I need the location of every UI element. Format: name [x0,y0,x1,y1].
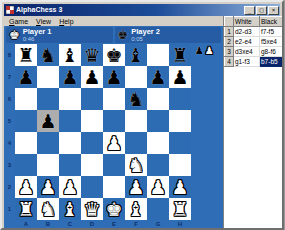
rank-label-8: 8 [4,44,15,66]
square-f2[interactable]: ♟ [125,176,147,198]
square-b8[interactable]: ♞ [37,44,59,66]
move-list-table: White Black 1d2-d3f7-f52e2-e4f5xe43d3xe4… [224,16,284,67]
square-f5[interactable] [125,110,147,132]
square-h1[interactable]: ♜ [169,198,191,220]
square-c7[interactable]: ♟ [59,66,81,88]
move-2-black[interactable]: f5xe4 [260,37,285,47]
piece-white-pawn[interactable]: ♟ [39,176,56,198]
file-label-c: C [59,220,81,229]
piece-black-pawn[interactable]: ♟ [149,66,166,88]
file-label-f: F [125,220,147,229]
square-c6[interactable] [59,88,81,110]
move-3-white[interactable]: d3xe4 [234,47,260,57]
move-header-black: Black [260,17,285,27]
square-f3[interactable]: ♞ [125,154,147,176]
square-b1[interactable]: ♞ [37,198,59,220]
captured-pieces-tray: ♟♟ [195,45,214,57]
captured-white-pawn: ♟ [205,45,214,57]
square-f1[interactable]: ♝ [125,198,147,220]
square-g3[interactable] [147,154,169,176]
square-f4[interactable] [125,132,147,154]
file-label-b: B [37,220,59,229]
piece-white-pawn[interactable]: ♟ [105,132,122,154]
square-h2[interactable]: ♟ [169,176,191,198]
square-g7[interactable]: ♟ [147,66,169,88]
square-f7[interactable] [125,66,147,88]
square-d4[interactable] [81,132,103,154]
player-bar: ♚ Player 1 0:46 ♚ Player 2 0:05 [4,26,223,43]
square-g8[interactable] [147,44,169,66]
player-2-clock: 0:05 [131,36,160,42]
move-list-body: 1d2-d3f7-f52e2-e4f5xe43d3xe4g8-f64g1-f3b… [225,27,285,67]
piece-white-pawn[interactable]: ♟ [17,176,34,198]
move-list-panel: White Black 1d2-d3f7-f52e2-e4f5xe43d3xe4… [223,16,284,230]
black-king-icon: ♚ [118,28,129,42]
square-e6[interactable] [103,88,125,110]
chess-board: ♜♞♝♛♚♝♜♟♟♟♟♟♟♞♟♟♞♟♟♟♟♟♟♜♞♝♛♚♝♜ [15,44,191,220]
square-e4[interactable]: ♟ [103,132,125,154]
piece-black-pawn[interactable]: ♟ [171,66,188,88]
title-bar[interactable]: AlphaChess 3 _ □ × [4,4,280,16]
piece-white-rook[interactable]: ♜ [171,198,188,220]
square-e8[interactable]: ♚ [103,44,125,66]
square-a4[interactable] [15,132,37,154]
file-label-g: G [147,220,169,229]
move-1-white[interactable]: d2-d3 [234,27,260,37]
rank-label-7: 7 [4,66,15,88]
piece-black-bishop[interactable]: ♝ [61,44,78,66]
piece-white-rook[interactable]: ♜ [17,198,34,220]
menu-item-help[interactable]: Help [59,18,73,25]
square-e7[interactable]: ♟ [103,66,125,88]
app-icon[interactable] [6,6,14,14]
square-b7[interactable] [37,66,59,88]
square-f6[interactable]: ♞ [125,88,147,110]
square-f8[interactable]: ♝ [125,44,147,66]
square-d2[interactable] [81,176,103,198]
piece-black-pawn[interactable]: ♟ [39,110,56,132]
square-a7[interactable]: ♟ [15,66,37,88]
rank-label-4: 4 [4,132,15,154]
square-h4[interactable] [169,132,191,154]
rank-label-3: 3 [4,154,15,176]
piece-black-queen[interactable]: ♛ [83,44,100,66]
square-a1[interactable]: ♜ [15,198,37,220]
file-labels: ABCDEFGH [15,220,191,229]
piece-white-knight[interactable]: ♞ [127,154,144,176]
player-1-name: Player 1 [23,28,52,36]
square-h6[interactable] [169,88,191,110]
rank-label-1: 1 [4,198,15,220]
square-d1[interactable]: ♛ [81,198,103,220]
square-a6[interactable] [15,88,37,110]
menu-item-view[interactable]: View [36,18,51,25]
piece-black-pawn[interactable]: ♟ [83,66,100,88]
square-c5[interactable] [59,110,81,132]
square-d3[interactable] [81,154,103,176]
move-2-white[interactable]: e2-e4 [234,37,260,47]
file-label-h: H [169,220,191,229]
move-num-2: 2 [225,37,234,47]
board-wrap: 87654321 ♜♞♝♛♚♝♜♟♟♟♟♟♟♞♟♟♞♟♟♟♟♟♟♜♞♝♛♚♝♜ … [4,44,223,220]
square-a2[interactable]: ♟ [15,176,37,198]
square-h3[interactable] [169,154,191,176]
square-h7[interactable]: ♟ [169,66,191,88]
rank-label-5: 5 [4,110,15,132]
square-g5[interactable] [147,110,169,132]
maximize-button[interactable]: □ [256,6,267,15]
square-c1[interactable]: ♝ [59,198,81,220]
square-g6[interactable] [147,88,169,110]
move-num-1: 1 [225,27,234,37]
square-a3[interactable] [15,154,37,176]
player-2-name: Player 2 [131,28,160,36]
square-d5[interactable] [81,110,103,132]
piece-white-pawn[interactable]: ♟ [127,176,144,198]
square-e1[interactable]: ♚ [103,198,125,220]
square-g2[interactable]: ♟ [147,176,169,198]
move-row-2: 2e2-e4f5xe4 [225,37,285,47]
player-1-panel: ♚ Player 1 0:46 [6,27,113,43]
rank-label-6: 6 [4,88,15,110]
square-h8[interactable]: ♜ [169,44,191,66]
file-label-e: E [103,220,125,229]
square-b2[interactable]: ♟ [37,176,59,198]
square-a8[interactable]: ♜ [15,44,37,66]
square-b4[interactable] [37,132,59,154]
square-e5[interactable] [103,110,125,132]
piece-white-bishop[interactable]: ♝ [61,198,78,220]
square-e2[interactable] [103,176,125,198]
move-row-3: 3d3xe4g8-f6 [225,47,285,57]
piece-black-pawn[interactable]: ♟ [17,66,34,88]
piece-black-bishop[interactable]: ♝ [127,44,144,66]
piece-white-pawn[interactable]: ♟ [149,176,166,198]
square-b6[interactable] [37,88,59,110]
piece-white-knight[interactable]: ♞ [39,198,56,220]
piece-black-pawn[interactable]: ♟ [105,66,122,88]
game-area: ♚ Player 1 0:46 ♚ Player 2 0:05 87654321… [4,26,223,230]
move-3-black[interactable]: g8-f6 [260,47,285,57]
window-title: AlphaChess 3 [16,4,243,16]
player-1-clock: 0:46 [23,36,52,42]
square-c4[interactable] [59,132,81,154]
move-num-4: 4 [225,57,234,67]
square-c3[interactable] [59,154,81,176]
app-window: AlphaChess 3 _ □ × GameViewHelp ♚ Player… [0,0,284,230]
piece-black-knight[interactable]: ♞ [127,88,144,110]
square-g4[interactable] [147,132,169,154]
square-d8[interactable]: ♛ [81,44,103,66]
piece-black-pawn[interactable]: ♟ [61,66,78,88]
piece-black-rook[interactable]: ♜ [171,44,188,66]
rank-label-2: 2 [4,176,15,198]
piece-black-king[interactable]: ♚ [105,44,122,66]
square-h5[interactable] [169,110,191,132]
move-row-1: 1d2-d3f7-f5 [225,27,285,37]
file-label-d: D [81,220,103,229]
square-b3[interactable] [37,154,59,176]
move-header-num [225,17,234,27]
file-label-a: A [15,220,37,229]
square-g1[interactable] [147,198,169,220]
move-row-4: 4g1-f3b7-b5 [225,57,285,67]
square-a5[interactable] [15,110,37,132]
white-king-icon: ♚ [9,28,20,42]
square-d7[interactable]: ♟ [81,66,103,88]
square-b5[interactable]: ♟ [37,110,59,132]
menubar: GameViewHelp [4,16,223,26]
piece-black-knight[interactable]: ♞ [39,44,56,66]
rank-labels: 87654321 [4,44,15,220]
piece-white-bishop[interactable]: ♝ [127,198,144,220]
close-button[interactable]: × [268,6,279,15]
piece-white-king[interactable]: ♚ [105,198,122,220]
piece-white-queen[interactable]: ♛ [83,198,100,220]
minimize-button[interactable]: _ [244,6,255,15]
square-c8[interactable]: ♝ [59,44,81,66]
move-4-white[interactable]: g1-f3 [234,57,260,67]
move-num-3: 3 [225,47,234,57]
move-header-white: White [234,17,260,27]
menu-item-game[interactable]: Game [9,18,28,25]
piece-white-pawn[interactable]: ♟ [171,176,188,198]
captured-black-pawn: ♟ [195,45,204,57]
square-c2[interactable]: ♟ [59,176,81,198]
move-1-black[interactable]: f7-f5 [260,27,285,37]
square-d6[interactable] [81,88,103,110]
square-e3[interactable] [103,154,125,176]
piece-black-rook[interactable]: ♜ [17,44,34,66]
move-4-black[interactable]: b7-b5 [260,57,285,67]
player-2-panel: ♚ Player 2 0:05 [115,27,222,43]
piece-white-pawn[interactable]: ♟ [61,176,78,198]
